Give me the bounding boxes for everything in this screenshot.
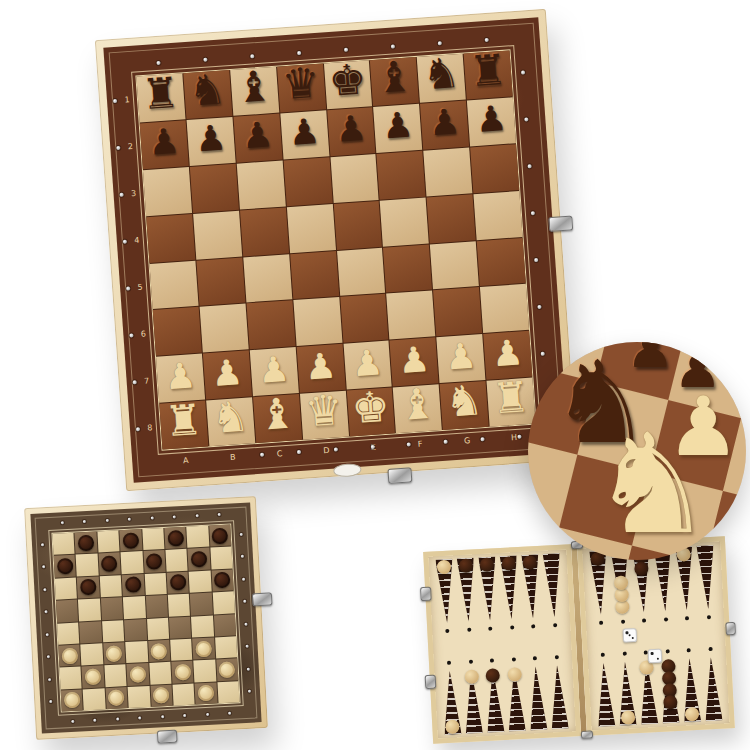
backgammon-point-dot: [685, 616, 689, 620]
screw-dot: [150, 516, 153, 519]
backgammon-point-dot: [687, 648, 691, 652]
screw-dot: [390, 44, 394, 48]
die-showing-2: [648, 649, 663, 664]
chess-piece-light-pawn: ♟: [351, 345, 385, 382]
backgammon-point-triangle: [527, 666, 548, 731]
checker-piece-dark: [122, 532, 139, 549]
backgammon-point-dot: [467, 628, 471, 632]
checkers-square: [98, 553, 120, 575]
screw-dot: [46, 633, 49, 636]
backgammon-point-dot: [664, 617, 668, 621]
chess-piece-dark-pawn: ♟: [428, 104, 462, 141]
clasp-latch-right: [548, 215, 573, 232]
backgammon-point: [673, 546, 698, 625]
chess-piece-light-bishop: ♝: [257, 392, 297, 437]
checkers-square: [170, 639, 192, 661]
screw-dot: [343, 48, 347, 52]
chess-piece-dark-pawn: ♟: [147, 124, 181, 161]
checkers-square: [150, 684, 172, 706]
backgammon-point: [525, 652, 550, 731]
backgammon-clasp-right: [725, 622, 736, 636]
checker-piece-dark: [146, 553, 163, 570]
backgammon-point-dot: [621, 620, 625, 624]
chess-square: [193, 210, 242, 259]
chess-square: ♞: [440, 381, 489, 430]
checker-piece-dark: [169, 574, 186, 591]
chess-square: [143, 167, 192, 216]
chess-piece-dark-king: ♚: [327, 58, 367, 103]
chess-piece-light-queen: ♛: [304, 389, 344, 434]
backgammon-seam-fitting-bottom: [581, 730, 593, 739]
checkers-square: [215, 636, 237, 658]
checkers-square: [81, 643, 103, 665]
screw-dot: [44, 610, 47, 613]
chess-piece-dark-pawn: ♟: [334, 111, 368, 148]
screw-dot: [83, 520, 86, 523]
backgammon-board-scene: [423, 536, 735, 744]
backgammon-point: [541, 553, 566, 632]
checkers-square: [214, 614, 236, 636]
chess-piece-light-pawn: ♟: [397, 341, 431, 378]
backgammon-point: [439, 656, 464, 735]
backgammon-checker-light: [464, 669, 479, 684]
backgammon-point-dot: [707, 615, 711, 619]
backgammon-point-dot: [601, 653, 605, 657]
checker-piece-dark: [167, 530, 184, 547]
chess-square: [290, 251, 339, 300]
screw-dot: [480, 437, 484, 441]
screw-dot: [138, 716, 141, 719]
checkers-square: [77, 576, 99, 598]
die-pip: [629, 634, 632, 637]
chess-piece-dark-pawn: ♟: [474, 101, 508, 138]
die-pip: [632, 637, 635, 640]
chess-square: ♟: [233, 114, 282, 163]
checkers-square: [171, 661, 193, 683]
chess-square: [190, 164, 239, 213]
checkers-square: [124, 619, 146, 641]
chess-piece-light-knight: ♞: [444, 379, 484, 424]
screw-dot: [260, 452, 264, 456]
chess-square: ♟: [186, 117, 235, 166]
checkers-square: [216, 659, 238, 681]
screw-dot: [195, 514, 198, 517]
chess-piece-light-rook: ♜: [163, 399, 203, 444]
screw-dot: [228, 712, 231, 715]
chess-square: [200, 304, 249, 353]
screw-dot: [444, 440, 448, 444]
screw-dot: [527, 164, 531, 168]
checkers-square: [79, 621, 101, 643]
chess-piece-light-knight: ♞: [210, 396, 250, 441]
chess-square: ♟: [327, 107, 376, 156]
backgammon-left-bottom-points: [439, 651, 571, 736]
screw-dot: [156, 61, 160, 65]
checkers-square: [147, 617, 169, 639]
screw-dot: [248, 690, 251, 693]
screw-dot: [206, 713, 209, 716]
screw-dot: [129, 333, 133, 337]
checkers-square: [148, 640, 170, 662]
screw-dot: [48, 678, 51, 681]
checkers-square: [55, 577, 77, 599]
screw-dot: [517, 435, 521, 439]
screw-dot: [437, 41, 441, 45]
checkers-square: [97, 530, 119, 552]
backgammon-point-dot: [469, 660, 473, 664]
backgammon-point: [587, 550, 612, 629]
checkers-square: [83, 688, 105, 710]
chess-square: ♝: [253, 394, 302, 443]
checkers-square: [128, 686, 150, 708]
chess-piece-dark-bishop: ♝: [234, 65, 274, 110]
screw-dot: [119, 192, 123, 196]
checkers-square: [210, 547, 232, 569]
screw-dot: [218, 513, 221, 516]
chess-square: [427, 194, 476, 243]
chess-piece-light-pawn: ♟: [163, 358, 197, 395]
screw-dot: [42, 565, 45, 568]
chess-square: ♚: [346, 388, 395, 437]
screw-dot: [116, 145, 120, 149]
checkers-square: [61, 689, 83, 711]
backgammon-point: [609, 549, 634, 628]
backgammon-point-dot: [642, 618, 646, 622]
checker-piece-dark: [56, 558, 73, 575]
chess-piece-dark-queen: ♛: [281, 62, 321, 107]
chess-piece-light-pawn: ♟: [444, 338, 478, 375]
backgammon-point-triangle: [702, 657, 723, 722]
checker-piece-light: [198, 685, 215, 702]
screw-dot: [250, 54, 254, 58]
backgammon-point: [652, 547, 677, 626]
checkers-square: [187, 526, 209, 548]
backgammon-point: [695, 545, 720, 624]
screw-dot: [334, 447, 338, 451]
checkers-latch-right: [252, 593, 273, 607]
inset-light-knight-piece: ♞: [590, 416, 714, 554]
chess-piece-light-pawn: ♟: [210, 355, 244, 392]
checkers-square: [167, 571, 189, 593]
checkers-square: [54, 555, 76, 577]
screw-dot: [43, 588, 46, 591]
checker-piece-dark: [212, 527, 229, 544]
checkers-square: [76, 554, 98, 576]
product-photo-stage: 12345678 ABCDEFGH ♜♞♝♛♚♝♞♜♟♟♟♟♟♟♟♟♟♟♟♟♟♟…: [0, 0, 750, 750]
checker-piece-light: [129, 666, 146, 683]
chess-square: [470, 144, 519, 193]
checker-piece-light: [153, 687, 170, 704]
backgammon-point-dot: [553, 623, 557, 627]
chess-square: ♛: [300, 391, 349, 440]
chess-piece-light-rook: ♜: [491, 376, 531, 421]
backgammon-point: [503, 653, 528, 732]
backgammon-point-dot: [512, 657, 516, 661]
chess-square: [340, 294, 389, 343]
backgammon-open-case: [423, 536, 735, 744]
chess-square: ♞: [417, 54, 466, 103]
backgammon-point: [498, 555, 523, 634]
checkers-square: [75, 531, 97, 553]
backgammon-point-triangle: [543, 553, 564, 618]
backgammon-checker-light: [507, 667, 522, 682]
backgammon-point: [460, 655, 485, 734]
checker-piece-dark: [125, 577, 142, 594]
checkers-square: [59, 667, 81, 689]
backgammon-point: [593, 648, 618, 727]
backgammon-point-triangle: [548, 665, 569, 730]
chess-square: [480, 284, 529, 333]
checkers-square: [209, 524, 231, 546]
chess-piece-dark-pawn: ♟: [194, 121, 228, 158]
checkers-square: [103, 642, 125, 664]
screw-dot: [183, 714, 186, 717]
checkers-square: [102, 620, 124, 642]
chess-square: ♟: [280, 110, 329, 159]
chess-square: ♝: [370, 57, 419, 106]
backgammon-point: [678, 644, 703, 723]
backgammon-checker-light: [613, 575, 628, 590]
checker-piece-dark: [78, 534, 95, 551]
backgammon-point-dot: [599, 621, 603, 625]
screw-dot: [71, 720, 74, 723]
chess-piece-dark-knight: ♞: [187, 68, 227, 113]
backgammon-point-triangle: [595, 662, 616, 727]
backgammon-point: [434, 558, 459, 637]
chess-square: [424, 147, 473, 196]
brand-sticker: [333, 463, 362, 478]
screw-dot: [106, 519, 109, 522]
screw-dot: [203, 58, 207, 62]
chess-square: [236, 160, 285, 209]
screw-dot: [243, 600, 246, 603]
screw-dot: [244, 622, 247, 625]
screw-dot: [521, 70, 525, 74]
backgammon-point-dot: [665, 649, 669, 653]
screw-dot: [93, 719, 96, 722]
backgammon-point-dot: [447, 661, 451, 665]
chess-square: [287, 204, 336, 253]
chess-square: [149, 260, 198, 309]
backgammon-point-dot: [531, 624, 535, 628]
screw-dot: [297, 450, 301, 454]
backgammon-point: [455, 557, 480, 636]
die-showing-3: [622, 628, 637, 643]
screw-dot: [407, 442, 411, 446]
screw-dot: [241, 555, 244, 558]
backgammon-checker-dark: [486, 668, 501, 683]
screw-dot: [541, 351, 545, 355]
checkers-square: [99, 575, 121, 597]
chess-square: [387, 291, 436, 340]
checkers-square: [212, 591, 234, 613]
checkers-square: [58, 644, 80, 666]
chess-square: [377, 150, 426, 199]
checkers-square: [57, 622, 79, 644]
chess-square: ♛: [277, 63, 326, 112]
chess-square: ♜: [464, 50, 513, 99]
screw-dot: [531, 211, 535, 215]
checkers-square: [188, 548, 210, 570]
checkers-square: [122, 574, 144, 596]
detail-inset-circle: ♞ ♟ ♟ ♟ ♞: [528, 342, 746, 560]
checker-piece-light: [63, 692, 80, 709]
backgammon-point: [700, 643, 725, 722]
checkers-square: [105, 687, 127, 709]
backgammon-point: [546, 651, 571, 730]
backgammon-hinge-top: [420, 586, 432, 601]
checker-piece-light: [219, 661, 236, 678]
chess-piece-light-pawn: ♟: [491, 335, 525, 372]
screw-dot: [537, 304, 541, 308]
chess-square: [330, 154, 379, 203]
screw-dot: [297, 51, 301, 55]
screw-dot: [136, 427, 140, 431]
checkers-square: [165, 549, 187, 571]
chess-square: ♞: [206, 397, 255, 446]
screw-dot: [534, 257, 538, 261]
screw-dot: [128, 518, 131, 521]
chess-square: [246, 301, 295, 350]
chess-square: [243, 254, 292, 303]
screw-dot: [123, 239, 127, 243]
screw-dot: [126, 286, 130, 290]
screw-dot: [161, 715, 164, 718]
screw-dot: [484, 38, 488, 42]
backgammon-right-half: [577, 536, 735, 735]
checkers-square: [149, 662, 171, 684]
backgammon-point-dot: [555, 655, 559, 659]
chess-square: ♜: [487, 378, 536, 427]
backgammon-point-dot: [445, 629, 449, 633]
backgammon-point-dot: [708, 647, 712, 651]
backgammon-left-top-points: [434, 553, 566, 638]
checkers-square: [56, 600, 78, 622]
checkers-board-scene: [24, 496, 268, 740]
checkers-grid: [51, 523, 240, 712]
chess-square: ♞: [183, 70, 232, 119]
checkers-square: [195, 682, 217, 704]
checker-piece-dark: [80, 579, 97, 596]
chess-piece-dark-knight: ♞: [421, 52, 461, 97]
inset-dark-pawn-top-piece: ♟: [626, 342, 674, 376]
backgammon-point-dot: [488, 627, 492, 631]
checker-piece-dark: [191, 551, 208, 568]
checkers-square: [172, 683, 194, 705]
die-pip: [656, 657, 659, 660]
checkers-square: [121, 551, 143, 573]
checkers-square: [217, 681, 239, 703]
checker-piece-dark: [101, 555, 118, 572]
screw-dot: [61, 521, 64, 524]
checkers-square: [211, 569, 233, 591]
chess-piece-light-pawn: ♟: [304, 348, 338, 385]
chess-piece-dark-pawn: ♟: [287, 114, 321, 151]
checkers-square: [189, 570, 211, 592]
checker-piece-dark: [214, 572, 231, 589]
checkers-square: [190, 593, 212, 615]
screw-dot: [240, 533, 243, 536]
chess-grid: ♜♞♝♛♚♝♞♜♟♟♟♟♟♟♟♟♟♟♟♟♟♟♟♟♜♞♝♛♚♝♞♜: [135, 49, 536, 450]
checkers-square: [191, 615, 213, 637]
checkers-square: [145, 595, 167, 617]
checker-piece-light: [195, 640, 212, 657]
checkers-square: [104, 664, 126, 686]
screw-dot: [47, 655, 50, 658]
checkers-square: [168, 594, 190, 616]
chess-piece-light-king: ♚: [350, 386, 390, 431]
checkers-square: [142, 528, 164, 550]
chess-square: [153, 307, 202, 356]
clasp-latch-bottom: [388, 467, 413, 484]
screw-dot: [113, 98, 117, 102]
checkers-square: [78, 599, 100, 621]
checkers-square: [192, 637, 214, 659]
backgammon-point: [614, 647, 639, 726]
backgammon-point: [477, 556, 502, 635]
checkers-square: [164, 527, 186, 549]
checkers-square: [101, 597, 123, 619]
chess-square: [337, 247, 386, 296]
chess-square: ♚: [323, 60, 372, 109]
chess-square: ♟: [373, 104, 422, 153]
backgammon-point-dot: [490, 658, 494, 662]
chess-square: [333, 201, 382, 250]
backgammon-point: [482, 654, 507, 733]
backgammon-point-triangle: [696, 545, 717, 610]
checkers-square: [119, 529, 141, 551]
checkers-square: [143, 550, 165, 572]
screw-dot: [116, 718, 119, 721]
chess-piece-dark-rook: ♜: [140, 72, 180, 117]
backgammon-point: [519, 554, 544, 633]
chess-square: ♟: [420, 100, 469, 149]
chess-square: [196, 257, 245, 306]
chess-square: [293, 297, 342, 346]
chess-square: ♝: [230, 67, 279, 116]
checker-piece-light: [174, 664, 191, 681]
checker-piece-light: [151, 643, 168, 660]
screw-dot: [247, 667, 250, 670]
chess-square: [240, 207, 289, 256]
screw-dot: [41, 543, 44, 546]
chess-square: [474, 191, 523, 240]
checkers-square: [52, 533, 74, 555]
chess-square: [430, 241, 479, 290]
chess-square: [383, 244, 432, 293]
die-pip: [626, 631, 629, 634]
backgammon-point-dot: [622, 652, 626, 656]
chess-square: ♜: [136, 73, 185, 122]
chess-piece-dark-pawn: ♟: [381, 108, 415, 145]
checkers-square: [123, 596, 145, 618]
chess-square: [380, 197, 429, 246]
backgammon-left-half: [423, 544, 581, 743]
screw-dot: [524, 117, 528, 121]
checkers-square: [169, 616, 191, 638]
checker-piece-light: [61, 647, 78, 664]
chess-piece-dark-rook: ♜: [468, 49, 508, 94]
checkers-latch-bottom: [157, 730, 178, 744]
checker-piece-light: [106, 645, 123, 662]
screw-dot: [242, 578, 245, 581]
chess-square: ♜: [159, 401, 208, 450]
chess-square: [433, 287, 482, 336]
chess-piece-dark-bishop: ♝: [374, 55, 414, 100]
screw-dot: [49, 700, 52, 703]
backgammon-point-dot: [510, 625, 514, 629]
chess-square: [283, 157, 332, 206]
